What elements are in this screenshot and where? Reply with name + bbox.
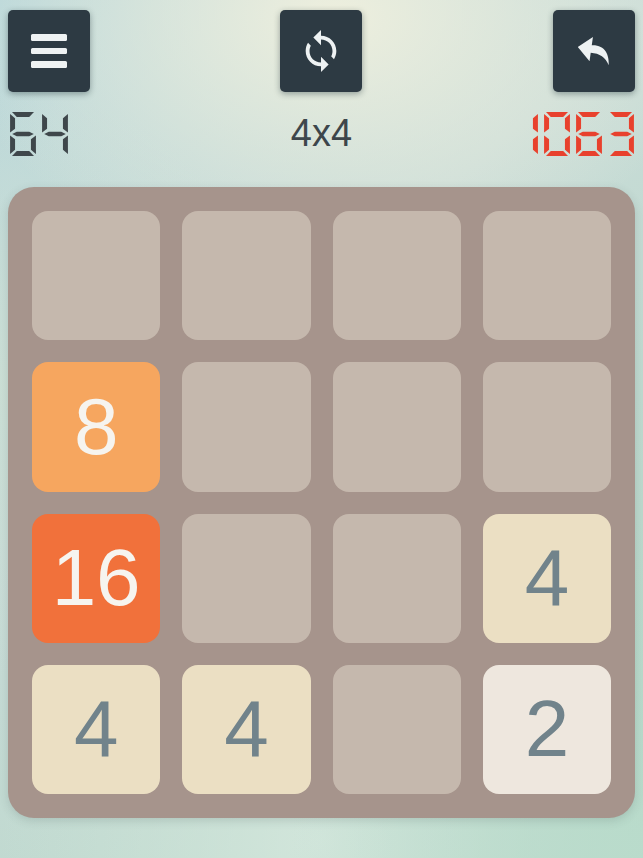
cell-r3-c2 (182, 514, 310, 643)
tile-4: 4 (32, 665, 160, 794)
tile-4: 4 (182, 665, 310, 794)
app-screen: 4x4 8164442 (0, 0, 643, 858)
tile-8: 8 (32, 362, 160, 491)
cell-r2-c2 (182, 362, 310, 491)
cell-r1-c3 (333, 211, 461, 340)
cell-r3-c3 (333, 514, 461, 643)
game-board[interactable]: 8164442 (8, 187, 635, 818)
tile-2: 2 (483, 665, 611, 794)
cell-r1-c1 (32, 211, 160, 340)
cell-r2-c4 (483, 362, 611, 491)
tile-16: 16 (32, 514, 160, 643)
status-row: 4x4 (0, 0, 643, 170)
cell-r4-c3 (333, 665, 461, 794)
tile-4: 4 (483, 514, 611, 643)
cell-r2-c3 (333, 362, 461, 491)
best-score-display (512, 112, 634, 156)
cell-r1-c4 (483, 211, 611, 340)
cell-r1-c2 (182, 211, 310, 340)
